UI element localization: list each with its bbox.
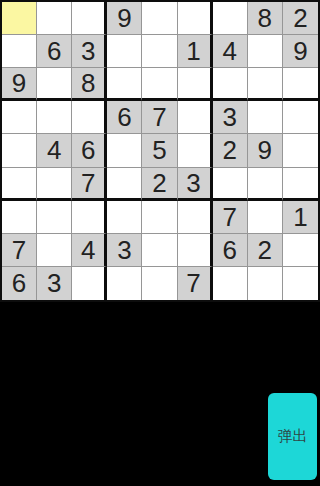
cell-r4c5[interactable]: [178, 134, 213, 167]
cell-r1c6[interactable]: 4: [213, 35, 248, 68]
cell-r0c5[interactable]: [178, 2, 213, 35]
cell-r5c0[interactable]: [2, 168, 37, 201]
cell-r3c8[interactable]: [283, 101, 318, 134]
cell-r7c3[interactable]: 3: [107, 234, 142, 267]
cell-r8c7[interactable]: [248, 267, 283, 300]
cell-r8c4[interactable]: [142, 267, 177, 300]
cell-r5c1[interactable]: [37, 168, 72, 201]
cell-r4c6[interactable]: 2: [213, 134, 248, 167]
cell-r3c7[interactable]: [248, 101, 283, 134]
cell-r5c7[interactable]: [248, 168, 283, 201]
cell-r2c1[interactable]: [37, 68, 72, 101]
cell-r7c6[interactable]: 6: [213, 234, 248, 267]
cell-r7c2[interactable]: 4: [72, 234, 107, 267]
cell-r1c0[interactable]: [2, 35, 37, 68]
cell-r7c5[interactable]: [178, 234, 213, 267]
cell-r6c6[interactable]: 7: [213, 201, 248, 234]
cell-r3c1[interactable]: [37, 101, 72, 134]
cell-r6c1[interactable]: [37, 201, 72, 234]
cell-r5c6[interactable]: [213, 168, 248, 201]
cell-r3c2[interactable]: [72, 101, 107, 134]
cell-r8c0[interactable]: 6: [2, 267, 37, 300]
cell-r7c0[interactable]: 7: [2, 234, 37, 267]
cell-r3c6[interactable]: 3: [213, 101, 248, 134]
cell-r3c3[interactable]: 6: [107, 101, 142, 134]
cell-r2c0[interactable]: 9: [2, 68, 37, 101]
cell-r3c0[interactable]: [2, 101, 37, 134]
cell-r4c8[interactable]: [283, 134, 318, 167]
cell-r7c1[interactable]: [37, 234, 72, 267]
cell-r0c4[interactable]: [142, 2, 177, 35]
cell-r0c7[interactable]: 8: [248, 2, 283, 35]
cell-r3c4[interactable]: 7: [142, 101, 177, 134]
cell-r6c4[interactable]: [142, 201, 177, 234]
cell-r1c4[interactable]: [142, 35, 177, 68]
cell-r1c8[interactable]: 9: [283, 35, 318, 68]
cell-r4c0[interactable]: [2, 134, 37, 167]
cell-r4c1[interactable]: 4: [37, 134, 72, 167]
cell-r3c5[interactable]: [178, 101, 213, 134]
cell-r2c6[interactable]: [213, 68, 248, 101]
cell-r8c1[interactable]: 3: [37, 267, 72, 300]
cell-r6c2[interactable]: [72, 201, 107, 234]
cell-r2c3[interactable]: [107, 68, 142, 101]
cell-r2c7[interactable]: [248, 68, 283, 101]
cell-r7c8[interactable]: [283, 234, 318, 267]
cell-r6c5[interactable]: [178, 201, 213, 234]
cell-r8c2[interactable]: [72, 267, 107, 300]
cell-r0c1[interactable]: [37, 2, 72, 35]
cell-r8c3[interactable]: [107, 267, 142, 300]
cell-r8c8[interactable]: [283, 267, 318, 300]
cell-r4c4[interactable]: 5: [142, 134, 177, 167]
cell-r7c7[interactable]: 2: [248, 234, 283, 267]
cell-r7c4[interactable]: [142, 234, 177, 267]
cell-r6c8[interactable]: 1: [283, 201, 318, 234]
cell-r0c3[interactable]: 9: [107, 2, 142, 35]
cell-r0c8[interactable]: 2: [283, 2, 318, 35]
cell-r5c3[interactable]: [107, 168, 142, 201]
cell-r4c2[interactable]: 6: [72, 134, 107, 167]
cell-r5c2[interactable]: 7: [72, 168, 107, 201]
cell-r4c3[interactable]: [107, 134, 142, 167]
sudoku-board: 9826314998673465297237174362637: [0, 0, 320, 302]
cell-r0c6[interactable]: [213, 2, 248, 35]
eject-button[interactable]: 弹出: [268, 393, 317, 480]
cell-r2c5[interactable]: [178, 68, 213, 101]
cell-r2c8[interactable]: [283, 68, 318, 101]
cell-r0c0[interactable]: [2, 2, 37, 35]
cell-r8c6[interactable]: [213, 267, 248, 300]
cell-r5c8[interactable]: [283, 168, 318, 201]
cell-r2c4[interactable]: [142, 68, 177, 101]
cell-r1c7[interactable]: [248, 35, 283, 68]
cell-r4c7[interactable]: 9: [248, 134, 283, 167]
cell-r2c2[interactable]: 8: [72, 68, 107, 101]
cell-r1c5[interactable]: 1: [178, 35, 213, 68]
cell-r1c3[interactable]: [107, 35, 142, 68]
cell-r1c1[interactable]: 6: [37, 35, 72, 68]
cell-r5c5[interactable]: 3: [178, 168, 213, 201]
cell-r1c2[interactable]: 3: [72, 35, 107, 68]
cell-r5c4[interactable]: 2: [142, 168, 177, 201]
cell-r0c2[interactable]: [72, 2, 107, 35]
cell-r6c0[interactable]: [2, 201, 37, 234]
cell-r6c3[interactable]: [107, 201, 142, 234]
cell-r8c5[interactable]: 7: [178, 267, 213, 300]
cell-r6c7[interactable]: [248, 201, 283, 234]
